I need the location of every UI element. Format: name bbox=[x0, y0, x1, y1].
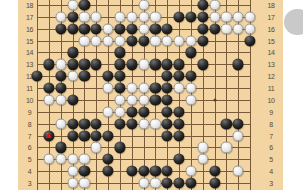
black-stone bbox=[114, 71, 125, 82]
white-stone bbox=[114, 106, 125, 117]
row-label-right: 18 bbox=[268, 2, 275, 9]
black-stone bbox=[67, 23, 78, 34]
black-stone bbox=[91, 23, 102, 34]
black-stone bbox=[67, 59, 78, 70]
overlay-button[interactable] bbox=[284, 9, 303, 35]
white-stone bbox=[173, 82, 184, 93]
row-label-right: 5 bbox=[269, 156, 272, 163]
last-move-triangle-marker bbox=[46, 132, 52, 137]
row-label-right: 6 bbox=[269, 144, 272, 151]
black-stone bbox=[209, 177, 220, 188]
row-label-right: 12 bbox=[268, 73, 275, 80]
black-stone bbox=[197, 59, 208, 70]
black-stone bbox=[126, 23, 137, 34]
white-stone bbox=[233, 11, 244, 22]
white-stone bbox=[102, 23, 113, 34]
white-stone bbox=[114, 35, 125, 46]
black-stone bbox=[162, 177, 173, 188]
white-stone bbox=[138, 11, 149, 22]
black-stone bbox=[233, 118, 244, 129]
white-stone bbox=[91, 142, 102, 153]
row-label-right: 16 bbox=[268, 25, 275, 32]
black-stone bbox=[79, 71, 90, 82]
black-stone bbox=[43, 82, 54, 93]
row-label-left: 13 bbox=[26, 61, 33, 68]
white-stone bbox=[185, 94, 196, 105]
black-stone bbox=[185, 47, 196, 58]
black-stone bbox=[91, 130, 102, 141]
black-stone bbox=[173, 154, 184, 165]
row-label-right: 4 bbox=[269, 168, 272, 175]
row-label-left: 7 bbox=[28, 132, 31, 139]
white-stone bbox=[55, 59, 66, 70]
black-stone bbox=[173, 59, 184, 70]
black-stone bbox=[114, 82, 125, 93]
black-stone bbox=[197, 35, 208, 46]
black-stone bbox=[102, 154, 113, 165]
black-stone bbox=[114, 59, 125, 70]
black-stone bbox=[173, 11, 184, 22]
row-label-left: 9 bbox=[28, 108, 31, 115]
black-stone bbox=[138, 35, 149, 46]
row-label-right: 13 bbox=[268, 61, 275, 68]
row-label-left: 15 bbox=[26, 37, 33, 44]
row-label-right: 14 bbox=[268, 49, 275, 56]
black-stone bbox=[162, 118, 173, 129]
row-label-right: 10 bbox=[268, 96, 275, 103]
black-stone bbox=[43, 59, 54, 70]
black-stone bbox=[197, 0, 208, 11]
black-stone bbox=[150, 166, 161, 177]
black-stone bbox=[91, 59, 102, 70]
white-stone bbox=[185, 82, 196, 93]
black-stone bbox=[91, 118, 102, 129]
white-stone bbox=[55, 118, 66, 129]
black-stone bbox=[126, 59, 137, 70]
row-label-left: 11 bbox=[26, 85, 32, 92]
white-stone bbox=[102, 35, 113, 46]
white-stone bbox=[67, 154, 78, 165]
black-stone bbox=[162, 166, 173, 177]
black-stone bbox=[102, 130, 113, 141]
row-label-right: 9 bbox=[269, 108, 272, 115]
black-stone bbox=[173, 177, 184, 188]
star-point bbox=[213, 98, 216, 101]
black-stone bbox=[150, 23, 161, 34]
black-stone bbox=[150, 82, 161, 93]
black-stone bbox=[209, 23, 220, 34]
white-stone bbox=[197, 142, 208, 153]
white-stone bbox=[221, 23, 232, 34]
left-margin bbox=[0, 0, 18, 190]
white-stone bbox=[138, 118, 149, 129]
white-stone bbox=[79, 11, 90, 22]
grid-horizontal-line bbox=[37, 147, 250, 148]
white-stone bbox=[55, 154, 66, 165]
black-stone bbox=[221, 118, 232, 129]
white-stone bbox=[233, 23, 244, 34]
white-stone bbox=[102, 82, 113, 93]
black-stone bbox=[150, 94, 161, 105]
white-stone bbox=[102, 106, 113, 117]
white-stone bbox=[185, 166, 196, 177]
white-stone bbox=[79, 154, 90, 165]
row-label-right: 3 bbox=[269, 180, 272, 187]
white-stone bbox=[162, 35, 173, 46]
black-stone bbox=[150, 59, 161, 70]
row-label-right: 17 bbox=[268, 13, 275, 20]
black-stone bbox=[67, 130, 78, 141]
black-stone bbox=[102, 166, 113, 177]
row-label-left: 4 bbox=[28, 168, 31, 175]
white-stone bbox=[150, 118, 161, 129]
black-stone bbox=[197, 11, 208, 22]
black-stone bbox=[244, 35, 255, 46]
black-stone bbox=[185, 71, 196, 82]
black-stone bbox=[55, 82, 66, 93]
black-stone bbox=[55, 23, 66, 34]
black-stone bbox=[79, 130, 90, 141]
black-stone bbox=[55, 71, 66, 82]
go-board[interactable]: 1818171716161515141413131212111110109988… bbox=[18, 0, 283, 190]
white-stone bbox=[126, 11, 137, 22]
black-stone bbox=[67, 11, 78, 22]
black-stone bbox=[173, 71, 184, 82]
row-label-left: 18 bbox=[26, 2, 33, 9]
black-stone bbox=[114, 47, 125, 58]
black-stone bbox=[162, 94, 173, 105]
black-stone bbox=[55, 142, 66, 153]
white-stone bbox=[67, 71, 78, 82]
black-stone bbox=[197, 23, 208, 34]
white-stone bbox=[114, 94, 125, 105]
row-label-left: 6 bbox=[28, 144, 31, 151]
white-stone bbox=[79, 35, 90, 46]
white-stone bbox=[67, 0, 78, 11]
white-stone bbox=[150, 177, 161, 188]
black-stone bbox=[114, 23, 125, 34]
row-label-right: 15 bbox=[268, 37, 275, 44]
black-stone bbox=[185, 11, 196, 22]
black-stone bbox=[126, 118, 137, 129]
black-stone bbox=[138, 106, 149, 117]
black-stone bbox=[31, 71, 42, 82]
black-stone bbox=[67, 118, 78, 129]
black-stone bbox=[209, 166, 220, 177]
white-stone bbox=[221, 11, 232, 22]
row-label-right: 11 bbox=[268, 85, 274, 92]
black-stone bbox=[173, 118, 184, 129]
white-stone bbox=[55, 94, 66, 105]
black-stone bbox=[79, 59, 90, 70]
white-stone bbox=[138, 59, 149, 70]
white-stone bbox=[138, 177, 149, 188]
white-stone bbox=[244, 11, 255, 22]
white-stone bbox=[126, 94, 137, 105]
row-label-left: 10 bbox=[26, 96, 33, 103]
row-label-right: 8 bbox=[269, 120, 272, 127]
black-stone bbox=[162, 23, 173, 34]
white-stone bbox=[67, 166, 78, 177]
white-stone bbox=[150, 35, 161, 46]
black-stone bbox=[233, 59, 244, 70]
row-label-left: 8 bbox=[28, 120, 31, 127]
white-stone bbox=[43, 94, 54, 105]
black-stone bbox=[114, 142, 125, 153]
white-stone bbox=[114, 11, 125, 22]
row-label-left: 5 bbox=[28, 156, 31, 163]
black-stone bbox=[114, 118, 125, 129]
black-stone bbox=[162, 82, 173, 93]
white-stone bbox=[138, 23, 149, 34]
white-stone bbox=[221, 142, 232, 153]
white-stone bbox=[55, 11, 66, 22]
black-stone bbox=[162, 106, 173, 117]
white-stone bbox=[209, 11, 220, 22]
white-stone bbox=[233, 130, 244, 141]
white-stone bbox=[185, 35, 196, 46]
black-stone bbox=[102, 71, 113, 82]
row-label-left: 16 bbox=[26, 25, 33, 32]
white-stone bbox=[197, 154, 208, 165]
black-stone bbox=[126, 35, 137, 46]
row-label-left: 3 bbox=[28, 180, 31, 187]
row-label-right: 7 bbox=[269, 132, 272, 139]
white-stone bbox=[91, 11, 102, 22]
black-stone bbox=[67, 94, 78, 105]
black-stone bbox=[126, 166, 137, 177]
white-stone bbox=[173, 35, 184, 46]
white-stone bbox=[150, 11, 161, 22]
black-stone bbox=[79, 23, 90, 34]
black-stone bbox=[185, 177, 196, 188]
black-stone bbox=[162, 71, 173, 82]
black-stone bbox=[79, 166, 90, 177]
row-label-left: 17 bbox=[26, 13, 33, 20]
black-stone bbox=[79, 118, 90, 129]
white-stone bbox=[126, 82, 137, 93]
white-stone bbox=[209, 0, 220, 11]
white-stone bbox=[244, 23, 255, 34]
black-stone bbox=[138, 166, 149, 177]
row-label-left: 14 bbox=[26, 49, 33, 56]
white-stone bbox=[67, 177, 78, 188]
black-stone bbox=[162, 130, 173, 141]
black-stone bbox=[126, 106, 137, 117]
black-stone bbox=[173, 106, 184, 117]
black-stone bbox=[173, 130, 184, 141]
white-stone bbox=[138, 0, 149, 11]
go-app-screen: 1818171716161515141413131212111110109988… bbox=[0, 0, 303, 190]
black-stone bbox=[79, 0, 90, 11]
white-stone bbox=[233, 166, 244, 177]
white-stone bbox=[91, 35, 102, 46]
black-stone bbox=[162, 59, 173, 70]
black-stone bbox=[67, 47, 78, 58]
white-stone bbox=[138, 82, 149, 93]
white-stone bbox=[43, 154, 54, 165]
white-stone bbox=[138, 94, 149, 105]
white-stone bbox=[79, 177, 90, 188]
